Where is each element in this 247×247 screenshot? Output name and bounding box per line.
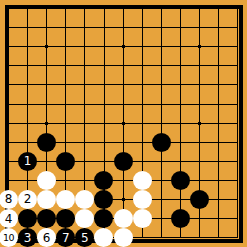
white-stone: 6 bbox=[37, 228, 56, 247]
white-stone bbox=[114, 209, 133, 228]
white-stone bbox=[75, 209, 94, 228]
black-stone bbox=[56, 209, 75, 228]
black-stone bbox=[56, 152, 75, 171]
white-stone bbox=[75, 190, 94, 209]
move-number-label: 3 bbox=[24, 232, 32, 244]
move-number-label: 2 bbox=[24, 193, 32, 205]
white-stone bbox=[114, 228, 133, 247]
black-stone: 3 bbox=[18, 228, 37, 247]
move-number-label: 7 bbox=[62, 232, 70, 244]
white-stone bbox=[133, 190, 152, 209]
stones-layer: 1824103675 bbox=[0, 0, 247, 247]
black-stone: 1 bbox=[18, 152, 37, 171]
go-diagram: 1824103675 bbox=[0, 0, 247, 247]
black-stone bbox=[37, 133, 56, 152]
go-board: 1824103675 bbox=[0, 0, 247, 247]
white-stone: 2 bbox=[18, 190, 37, 209]
white-stone: 10 bbox=[0, 228, 18, 247]
move-number-label: 6 bbox=[43, 232, 51, 244]
white-stone bbox=[133, 171, 152, 190]
white-stone: 8 bbox=[0, 190, 18, 209]
black-stone bbox=[94, 209, 113, 228]
white-stone: 4 bbox=[0, 209, 18, 228]
white-stone bbox=[133, 209, 152, 228]
black-stone bbox=[190, 190, 209, 209]
black-stone bbox=[18, 209, 37, 228]
move-number-label: 1 bbox=[24, 155, 32, 167]
white-stone bbox=[94, 228, 113, 247]
black-stone bbox=[152, 133, 171, 152]
black-stone: 5 bbox=[75, 228, 94, 247]
white-stone bbox=[37, 190, 56, 209]
black-stone: 7 bbox=[56, 228, 75, 247]
black-stone bbox=[171, 171, 190, 190]
black-stone bbox=[171, 209, 190, 228]
black-stone bbox=[114, 152, 133, 171]
move-number-label: 10 bbox=[3, 233, 14, 243]
move-number-label: 8 bbox=[5, 193, 13, 205]
black-stone bbox=[94, 171, 113, 190]
black-stone bbox=[94, 190, 113, 209]
white-stone bbox=[56, 190, 75, 209]
move-number-label: 5 bbox=[81, 232, 89, 244]
move-number-label: 4 bbox=[5, 213, 13, 225]
black-stone bbox=[37, 209, 56, 228]
white-stone bbox=[37, 171, 56, 190]
